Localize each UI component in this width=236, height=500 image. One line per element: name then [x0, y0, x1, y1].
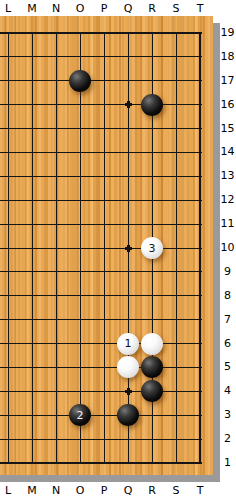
- row-label-10: 10: [219, 240, 236, 256]
- column-label-top-L: L: [0, 1, 20, 16]
- black-stone-R5[interactable]: [141, 356, 163, 378]
- grid-line-row-8: [0, 295, 202, 296]
- column-label-top-P: P: [92, 1, 116, 16]
- row-label-15: 15: [219, 121, 236, 137]
- black-stone-O17[interactable]: [69, 70, 91, 92]
- grid-line-row-12: [0, 200, 202, 201]
- black-stone-Q3[interactable]: [117, 404, 139, 426]
- grid-line-row-6: [0, 343, 202, 344]
- grid-line-row-19: [0, 32, 202, 34]
- row-label-3: 3: [219, 407, 236, 423]
- star-point-Q10: [125, 245, 132, 252]
- row-label-2: 2: [219, 431, 236, 447]
- grid-line-row-9: [0, 271, 202, 272]
- row-label-19: 19: [219, 25, 236, 41]
- row-label-6: 6: [219, 336, 236, 352]
- black-stone-R16[interactable]: [141, 94, 163, 116]
- grid-line-row-14: [0, 152, 202, 153]
- grid-line-row-17: [0, 80, 202, 81]
- column-label-top-T: T: [188, 1, 212, 16]
- grid-line-col-N: [56, 32, 57, 464]
- grid-line-row-13: [0, 176, 202, 177]
- row-label-13: 13: [219, 168, 236, 184]
- column-label-top-Q: Q: [116, 1, 140, 16]
- grid-line-row-18: [0, 56, 202, 57]
- column-label-top-M: M: [20, 1, 44, 16]
- column-label-top-S: S: [164, 1, 188, 16]
- row-label-1: 1: [219, 455, 236, 471]
- row-label-7: 7: [219, 312, 236, 328]
- grid-line-row-16: [0, 104, 202, 105]
- column-label-bottom-O: O: [68, 482, 92, 500]
- column-label-bottom-R: R: [140, 482, 164, 500]
- column-label-top-O: O: [68, 1, 92, 16]
- column-label-bottom-T: T: [188, 482, 212, 500]
- grid-line-row-7: [0, 319, 202, 320]
- move-number-label: 1: [125, 338, 132, 349]
- grid-line-row-3: [0, 415, 202, 416]
- row-label-4: 4: [219, 383, 236, 399]
- column-label-top-N: N: [44, 1, 68, 16]
- row-label-17: 17: [219, 73, 236, 89]
- grid-line-row-11: [0, 224, 202, 225]
- white-stone-Q5[interactable]: [117, 356, 139, 378]
- go-board-diagram: 213 LLMMNNOOPPQQRRSSTT191817161514131211…: [0, 0, 236, 500]
- black-stone-O3[interactable]: 2: [69, 404, 91, 426]
- column-label-bottom-S: S: [164, 482, 188, 500]
- move-number-label: 2: [77, 410, 84, 421]
- row-label-8: 8: [219, 288, 236, 304]
- grid-line-row-5: [0, 367, 202, 368]
- grid-line-row-10: [0, 248, 202, 249]
- grid-line-col-P: [104, 32, 105, 464]
- white-stone-R10[interactable]: 3: [141, 237, 163, 259]
- grid-line-col-S: [176, 32, 177, 464]
- grid-line-row-2: [0, 439, 202, 440]
- white-stone-R6[interactable]: [141, 333, 163, 355]
- grid-line-row-1: [0, 462, 202, 464]
- column-label-bottom-N: N: [44, 482, 68, 500]
- go-board[interactable]: 213: [0, 16, 213, 475]
- row-label-12: 12: [219, 192, 236, 208]
- grid-line-row-4: [0, 391, 202, 392]
- grid-line-col-O: [80, 32, 81, 464]
- move-number-label: 3: [149, 243, 156, 254]
- column-label-bottom-Q: Q: [116, 482, 140, 500]
- star-point-Q16: [125, 101, 132, 108]
- column-label-bottom-P: P: [92, 482, 116, 500]
- row-label-16: 16: [219, 97, 236, 113]
- row-label-11: 11: [219, 216, 236, 232]
- black-stone-R4[interactable]: [141, 380, 163, 402]
- column-label-bottom-M: M: [20, 482, 44, 500]
- row-label-9: 9: [219, 264, 236, 280]
- grid-line-col-M: [32, 32, 33, 464]
- grid-line-col-L: [8, 32, 9, 464]
- column-label-bottom-L: L: [0, 482, 20, 500]
- row-label-5: 5: [219, 359, 236, 375]
- grid-line-row-15: [0, 128, 202, 129]
- column-label-top-R: R: [140, 1, 164, 16]
- row-label-18: 18: [219, 49, 236, 65]
- grid-line-col-T: [199, 32, 201, 464]
- white-stone-Q6[interactable]: 1: [117, 333, 139, 355]
- row-label-14: 14: [219, 144, 236, 160]
- board-shadow-bottom: [0, 475, 220, 482]
- star-point-Q4: [125, 388, 132, 395]
